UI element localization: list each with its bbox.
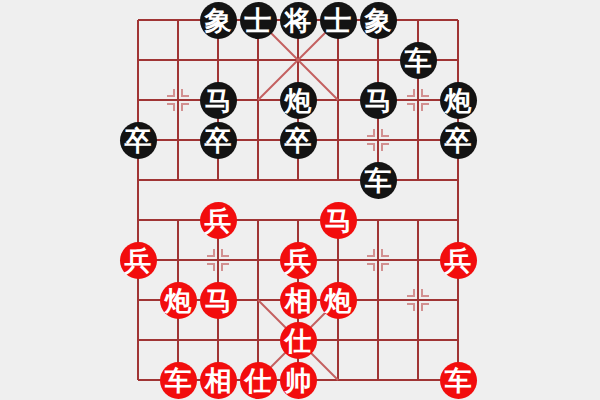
black-chariot[interactable]: 车	[360, 162, 397, 199]
piece-glyph: 象	[205, 7, 232, 34]
black-cannon[interactable]: 炮	[440, 82, 477, 119]
red-soldier[interactable]: 兵	[280, 242, 317, 279]
piece-glyph: 马	[205, 287, 232, 314]
xiangqi-board: 象士将士象车马炮马炮卒卒卒卒车兵马兵兵兵炮马相炮仕车相仕帅车	[0, 0, 600, 400]
red-horse[interactable]: 马	[200, 282, 237, 319]
red-elephant[interactable]: 相	[200, 362, 237, 399]
black-soldier[interactable]: 卒	[440, 122, 477, 159]
black-elephant[interactable]: 象	[360, 2, 397, 39]
red-soldier[interactable]: 兵	[440, 242, 477, 279]
red-general[interactable]: 帅	[280, 362, 317, 399]
piece-glyph: 兵	[285, 247, 312, 274]
piece-glyph: 卒	[125, 127, 152, 154]
piece-glyph: 帅	[285, 367, 312, 394]
black-soldier[interactable]: 卒	[280, 122, 317, 159]
red-soldier[interactable]: 兵	[120, 242, 157, 279]
piece-glyph: 相	[205, 367, 232, 394]
piece-glyph: 车	[165, 367, 192, 394]
red-cannon[interactable]: 炮	[160, 282, 197, 319]
black-general[interactable]: 将	[280, 2, 317, 39]
piece-glyph: 卒	[205, 127, 232, 154]
piece-glyph: 炮	[325, 287, 352, 314]
piece-glyph: 炮	[165, 287, 192, 314]
piece-glyph: 相	[285, 287, 312, 314]
black-horse[interactable]: 马	[200, 82, 237, 119]
red-soldier[interactable]: 兵	[200, 202, 237, 239]
piece-glyph: 卒	[445, 127, 472, 154]
piece-glyph: 将	[285, 7, 312, 34]
red-horse[interactable]: 马	[320, 202, 357, 239]
piece-glyph: 仕	[245, 367, 272, 394]
black-soldier[interactable]: 卒	[200, 122, 237, 159]
piece-glyph: 炮	[445, 87, 472, 114]
piece-glyph: 炮	[285, 87, 312, 114]
black-advisor[interactable]: 士	[320, 2, 357, 39]
red-chariot[interactable]: 车	[440, 362, 477, 399]
red-chariot[interactable]: 车	[160, 362, 197, 399]
piece-glyph: 仕	[285, 327, 312, 354]
piece-glyph: 车	[445, 367, 472, 394]
red-cannon[interactable]: 炮	[320, 282, 357, 319]
piece-glyph: 兵	[125, 247, 152, 274]
piece-glyph: 士	[325, 7, 352, 34]
piece-glyph: 士	[245, 7, 272, 34]
piece-glyph: 象	[365, 7, 392, 34]
piece-glyph: 车	[405, 47, 432, 74]
piece-glyph: 卒	[285, 127, 312, 154]
black-advisor[interactable]: 士	[240, 2, 277, 39]
red-advisor[interactable]: 仕	[280, 322, 317, 359]
black-soldier[interactable]: 卒	[120, 122, 157, 159]
black-chariot[interactable]: 车	[400, 42, 437, 79]
piece-glyph: 马	[205, 87, 232, 114]
piece-glyph: 车	[365, 167, 392, 194]
piece-glyph: 马	[325, 207, 352, 234]
red-advisor[interactable]: 仕	[240, 362, 277, 399]
black-elephant[interactable]: 象	[200, 2, 237, 39]
black-cannon[interactable]: 炮	[280, 82, 317, 119]
black-horse[interactable]: 马	[360, 82, 397, 119]
pieces-layer: 象士将士象车马炮马炮卒卒卒卒车兵马兵兵兵炮马相炮仕车相仕帅车	[0, 0, 600, 400]
red-elephant[interactable]: 相	[280, 282, 317, 319]
piece-glyph: 兵	[445, 247, 472, 274]
piece-glyph: 兵	[205, 207, 232, 234]
piece-glyph: 马	[365, 87, 392, 114]
